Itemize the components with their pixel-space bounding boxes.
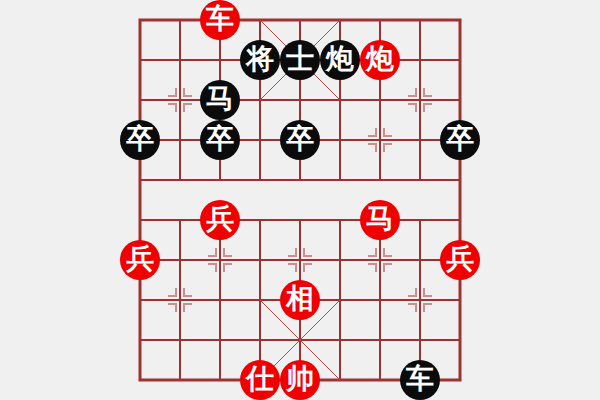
piece-glyph: 马 [366, 205, 394, 233]
piece-black-horse[interactable]: 马 [200, 80, 240, 120]
piece-red-general[interactable]: 帅 [280, 360, 320, 400]
piece-glyph: 车 [206, 5, 234, 33]
piece-glyph: 帅 [286, 365, 314, 393]
xiangqi-board-screen: 车将士炮炮马卒卒卒卒兵马兵兵相仕帅车 [0, 0, 600, 400]
piece-red-cannon[interactable]: 炮 [360, 40, 400, 80]
piece-glyph: 仕 [246, 365, 274, 393]
piece-red-elephant[interactable]: 相 [280, 280, 320, 320]
piece-black-advisor[interactable]: 士 [280, 40, 320, 80]
piece-red-soldier[interactable]: 兵 [200, 200, 240, 240]
piece-glyph: 卒 [286, 125, 314, 153]
piece-red-chariot[interactable]: 车 [200, 0, 240, 40]
piece-red-soldier[interactable]: 兵 [440, 240, 480, 280]
board-grid: 车将士炮炮马卒卒卒卒兵马兵兵相仕帅车 [120, 0, 480, 400]
piece-glyph: 车 [406, 365, 434, 393]
piece-black-soldier[interactable]: 卒 [280, 120, 320, 160]
piece-glyph: 卒 [126, 125, 154, 153]
piece-glyph: 将 [246, 45, 274, 73]
piece-red-soldier[interactable]: 兵 [120, 240, 160, 280]
piece-black-general[interactable]: 将 [240, 40, 280, 80]
piece-glyph: 相 [286, 285, 314, 313]
piece-black-soldier[interactable]: 卒 [440, 120, 480, 160]
piece-glyph: 卒 [446, 125, 474, 153]
piece-glyph: 炮 [366, 45, 394, 73]
piece-black-chariot[interactable]: 车 [400, 360, 440, 400]
piece-red-advisor[interactable]: 仕 [240, 360, 280, 400]
piece-glyph: 卒 [206, 125, 234, 153]
piece-black-soldier[interactable]: 卒 [120, 120, 160, 160]
piece-glyph: 士 [286, 45, 314, 73]
piece-black-soldier[interactable]: 卒 [200, 120, 240, 160]
piece-glyph: 兵 [126, 245, 154, 273]
piece-glyph: 兵 [446, 245, 474, 273]
piece-glyph: 马 [206, 85, 234, 113]
piece-red-horse[interactable]: 马 [360, 200, 400, 240]
piece-glyph: 兵 [206, 205, 234, 233]
piece-glyph: 炮 [326, 45, 354, 73]
piece-black-cannon[interactable]: 炮 [320, 40, 360, 80]
